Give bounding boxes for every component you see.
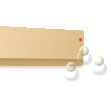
board-grid: [0, 26, 84, 59]
purple-marble[interactable]: [94, 56, 104, 66]
mancala-board: [0, 26, 84, 67]
cup-with-purple-marble[interactable]: [92, 56, 106, 73]
product-photo-scene: [0, 0, 111, 111]
yellow-marble[interactable]: [79, 46, 89, 56]
cup-with-yellow-marble[interactable]: [77, 46, 91, 63]
red-peg: [79, 38, 82, 41]
cup-with-white-marble[interactable]: [64, 62, 78, 79]
white-marble[interactable]: [66, 62, 76, 72]
